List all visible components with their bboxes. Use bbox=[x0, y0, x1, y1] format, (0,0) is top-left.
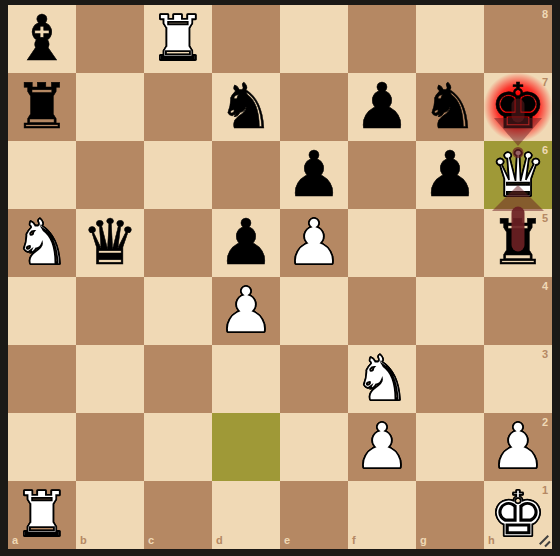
square-h5[interactable]: 5♜ bbox=[484, 209, 552, 277]
square-f3[interactable]: ♞ bbox=[348, 345, 416, 413]
rank-label-3: 3 bbox=[542, 349, 548, 360]
square-d6[interactable] bbox=[212, 141, 280, 209]
file-label-d: d bbox=[216, 535, 223, 546]
piece-white-knight[interactable]: ♞ bbox=[348, 345, 416, 413]
piece-white-queen[interactable]: ♛ bbox=[484, 141, 552, 209]
square-b2[interactable] bbox=[76, 413, 144, 481]
square-g2[interactable] bbox=[416, 413, 484, 481]
square-f5[interactable] bbox=[348, 209, 416, 277]
square-e3[interactable] bbox=[280, 345, 348, 413]
square-h7[interactable]: 7♚ bbox=[484, 73, 552, 141]
square-g6[interactable]: ♟ bbox=[416, 141, 484, 209]
square-a5[interactable]: ♞ bbox=[8, 209, 76, 277]
file-label-b: b bbox=[80, 535, 87, 546]
square-h2[interactable]: 2♟ bbox=[484, 413, 552, 481]
square-d8[interactable] bbox=[212, 5, 280, 73]
piece-black-knight[interactable]: ♞ bbox=[212, 73, 280, 141]
piece-black-rook[interactable]: ♜ bbox=[484, 209, 552, 277]
square-f8[interactable] bbox=[348, 5, 416, 73]
square-h4[interactable]: 4 bbox=[484, 277, 552, 345]
square-h3[interactable]: 3 bbox=[484, 345, 552, 413]
square-c1[interactable]: c bbox=[144, 481, 212, 549]
piece-black-pawn[interactable]: ♟ bbox=[348, 73, 416, 141]
square-e5[interactable]: ♟ bbox=[280, 209, 348, 277]
square-a3[interactable] bbox=[8, 345, 76, 413]
square-c3[interactable] bbox=[144, 345, 212, 413]
piece-white-pawn[interactable]: ♟ bbox=[348, 413, 416, 481]
piece-white-pawn[interactable]: ♟ bbox=[212, 277, 280, 345]
square-g8[interactable] bbox=[416, 5, 484, 73]
square-c7[interactable] bbox=[144, 73, 212, 141]
square-f7[interactable]: ♟ bbox=[348, 73, 416, 141]
square-b7[interactable] bbox=[76, 73, 144, 141]
square-f2[interactable]: ♟ bbox=[348, 413, 416, 481]
piece-white-knight[interactable]: ♞ bbox=[8, 209, 76, 277]
piece-black-knight[interactable]: ♞ bbox=[416, 73, 484, 141]
piece-black-queen[interactable]: ♛ bbox=[76, 209, 144, 277]
square-a6[interactable] bbox=[8, 141, 76, 209]
square-d7[interactable]: ♞ bbox=[212, 73, 280, 141]
square-e8[interactable] bbox=[280, 5, 348, 73]
square-f4[interactable] bbox=[348, 277, 416, 345]
square-e6[interactable]: ♟ bbox=[280, 141, 348, 209]
square-d3[interactable] bbox=[212, 345, 280, 413]
square-b3[interactable] bbox=[76, 345, 144, 413]
piece-black-rook[interactable]: ♜ bbox=[8, 73, 76, 141]
rank-label-4: 4 bbox=[542, 281, 548, 292]
square-f6[interactable] bbox=[348, 141, 416, 209]
square-a1[interactable]: a♜ bbox=[8, 481, 76, 549]
piece-black-pawn[interactable]: ♟ bbox=[212, 209, 280, 277]
piece-black-pawn[interactable]: ♟ bbox=[416, 141, 484, 209]
square-g5[interactable] bbox=[416, 209, 484, 277]
square-b5[interactable]: ♛ bbox=[76, 209, 144, 277]
file-label-e: e bbox=[284, 535, 290, 546]
piece-black-pawn[interactable]: ♟ bbox=[280, 141, 348, 209]
square-c5[interactable] bbox=[144, 209, 212, 277]
page-background: ♝♜8♜♞♟♞7♚♟♟6♛♞♛♟♟5♜♟4♞3♟2♟a♜bcdefgh1♚ bbox=[0, 0, 560, 556]
square-h1[interactable]: h1♚ bbox=[484, 481, 552, 549]
square-e4[interactable] bbox=[280, 277, 348, 345]
square-g4[interactable] bbox=[416, 277, 484, 345]
square-d4[interactable]: ♟ bbox=[212, 277, 280, 345]
square-g7[interactable]: ♞ bbox=[416, 73, 484, 141]
piece-black-bishop[interactable]: ♝ bbox=[8, 5, 76, 73]
square-b1[interactable]: b bbox=[76, 481, 144, 549]
square-a7[interactable]: ♜ bbox=[8, 73, 76, 141]
square-a2[interactable] bbox=[8, 413, 76, 481]
square-g1[interactable]: g bbox=[416, 481, 484, 549]
file-label-c: c bbox=[148, 535, 154, 546]
square-d5[interactable]: ♟ bbox=[212, 209, 280, 277]
square-h8[interactable]: 8 bbox=[484, 5, 552, 73]
square-e2[interactable] bbox=[280, 413, 348, 481]
piece-white-rook[interactable]: ♜ bbox=[8, 481, 76, 549]
square-e7[interactable] bbox=[280, 73, 348, 141]
square-a4[interactable] bbox=[8, 277, 76, 345]
file-label-f: f bbox=[352, 535, 356, 546]
square-a8[interactable]: ♝ bbox=[8, 5, 76, 73]
square-c8[interactable]: ♜ bbox=[144, 5, 212, 73]
piece-black-king[interactable]: ♚ bbox=[484, 73, 552, 141]
piece-white-rook[interactable]: ♜ bbox=[144, 5, 212, 73]
square-h6[interactable]: 6♛ bbox=[484, 141, 552, 209]
board-resize-handle-icon[interactable] bbox=[536, 533, 551, 548]
square-d2[interactable] bbox=[212, 413, 280, 481]
square-c6[interactable] bbox=[144, 141, 212, 209]
square-c4[interactable] bbox=[144, 277, 212, 345]
rank-label-8: 8 bbox=[542, 9, 548, 20]
square-b4[interactable] bbox=[76, 277, 144, 345]
chess-board[interactable]: ♝♜8♜♞♟♞7♚♟♟6♛♞♛♟♟5♜♟4♞3♟2♟a♜bcdefgh1♚ bbox=[8, 5, 552, 549]
square-g3[interactable] bbox=[416, 345, 484, 413]
piece-white-pawn[interactable]: ♟ bbox=[280, 209, 348, 277]
square-c2[interactable] bbox=[144, 413, 212, 481]
square-e1[interactable]: e bbox=[280, 481, 348, 549]
file-label-g: g bbox=[420, 535, 427, 546]
square-d1[interactable]: d bbox=[212, 481, 280, 549]
piece-white-pawn[interactable]: ♟ bbox=[484, 413, 552, 481]
square-b8[interactable] bbox=[76, 5, 144, 73]
square-b6[interactable] bbox=[76, 141, 144, 209]
square-f1[interactable]: f bbox=[348, 481, 416, 549]
